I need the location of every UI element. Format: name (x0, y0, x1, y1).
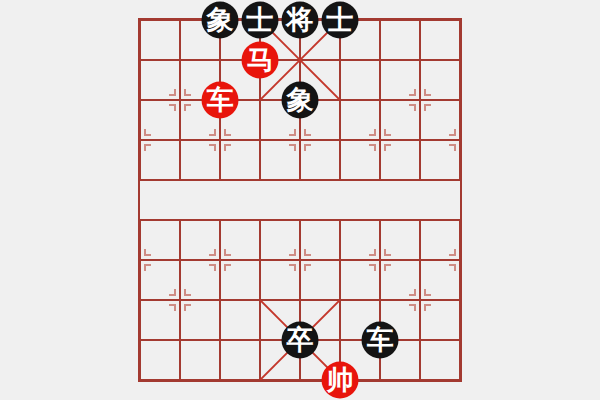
board-cell[interactable] (140, 60, 180, 100)
board-cell[interactable] (340, 100, 380, 140)
board-cell[interactable] (340, 140, 380, 180)
board-cell[interactable] (420, 300, 460, 340)
xiangqi-board[interactable]: 象士将士马车象卒车帅 (138, 18, 462, 382)
board-cell[interactable] (340, 260, 380, 300)
board-cell[interactable] (420, 60, 460, 100)
board-cell[interactable] (420, 340, 460, 380)
board-cell[interactable] (180, 340, 220, 380)
board-cell[interactable] (140, 20, 180, 60)
board-cell[interactable] (140, 220, 180, 260)
board-cell[interactable] (300, 220, 340, 260)
board-cell[interactable] (380, 260, 420, 300)
board-cell[interactable] (140, 300, 180, 340)
piece-red-chariot[interactable]: 车 (202, 82, 239, 119)
board-cell[interactable] (180, 260, 220, 300)
board-cell[interactable] (420, 140, 460, 180)
board-cell[interactable] (180, 140, 220, 180)
board-cell[interactable] (260, 220, 300, 260)
board-cell[interactable] (220, 260, 260, 300)
board-cell[interactable] (180, 220, 220, 260)
board-cell[interactable] (380, 20, 420, 60)
board-cell[interactable] (220, 300, 260, 340)
board-cell[interactable] (140, 180, 180, 220)
board-cell[interactable] (340, 220, 380, 260)
piece-black-advisor-1[interactable]: 士 (242, 2, 279, 39)
board-cell[interactable] (220, 140, 260, 180)
piece-black-soldier[interactable]: 卒 (282, 322, 319, 359)
board-cell[interactable] (220, 180, 260, 220)
board-cell[interactable] (140, 140, 180, 180)
board-cell[interactable] (420, 20, 460, 60)
board-cell[interactable] (260, 260, 300, 300)
piece-black-chariot[interactable]: 车 (362, 322, 399, 359)
board-cell[interactable] (380, 60, 420, 100)
board-cell[interactable] (260, 140, 300, 180)
board-cell[interactable] (180, 300, 220, 340)
piece-black-general[interactable]: 将 (282, 2, 319, 39)
board-cell[interactable] (260, 180, 300, 220)
page-background: 象士将士马车象卒车帅 (0, 0, 600, 400)
piece-red-horse[interactable]: 马 (242, 42, 279, 79)
board-cell[interactable] (380, 100, 420, 140)
board-cell[interactable] (220, 340, 260, 380)
board-cell[interactable] (140, 340, 180, 380)
board-cell[interactable] (220, 220, 260, 260)
board-cell[interactable] (340, 60, 380, 100)
board-cell[interactable] (380, 220, 420, 260)
board-cell[interactable] (300, 260, 340, 300)
piece-black-elephant-1[interactable]: 象 (202, 2, 239, 39)
board-cell[interactable] (180, 180, 220, 220)
board-cell[interactable] (380, 140, 420, 180)
board-cell[interactable] (340, 180, 380, 220)
board-cell[interactable] (420, 220, 460, 260)
board-cell[interactable] (380, 180, 420, 220)
board-cell[interactable] (420, 260, 460, 300)
board-cell[interactable] (300, 140, 340, 180)
board-cell[interactable] (300, 180, 340, 220)
board-cell[interactable] (420, 100, 460, 140)
board-cell[interactable] (420, 180, 460, 220)
board-cell[interactable] (140, 100, 180, 140)
board-cell[interactable] (140, 260, 180, 300)
piece-red-general[interactable]: 帅 (322, 362, 359, 399)
piece-black-advisor-2[interactable]: 士 (322, 2, 359, 39)
piece-black-elephant-2[interactable]: 象 (282, 82, 319, 119)
